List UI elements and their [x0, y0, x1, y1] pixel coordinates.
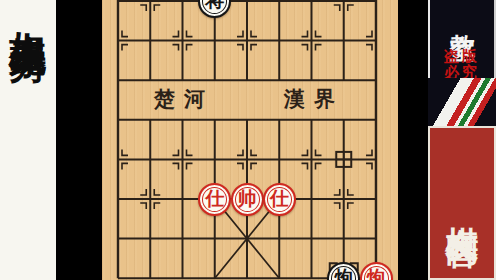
- square-marker: [336, 152, 351, 167]
- left-calligraphy-banner: 如人生棋乐无穷: [0, 0, 56, 280]
- river-label-chu: 楚河: [144, 87, 224, 111]
- calligraphy-text: 如人生棋乐无穷: [0, 2, 56, 280]
- qa-banner-text: 棋友问答: [430, 131, 494, 280]
- right-panel: 教室 盗版 必究 棋友问答: [428, 0, 496, 280]
- piece-red-king[interactable]: 帅: [231, 183, 264, 216]
- piece-red-advisor-right[interactable]: 仕: [263, 183, 296, 216]
- qa-banner: 棋友问答: [428, 126, 496, 280]
- classroom-banner: 教室 盗版 必究: [428, 0, 496, 78]
- xiangqi-board[interactable]: 楚河 漢界 将仕帅仕炮炮: [102, 0, 398, 280]
- board-grid: [102, 0, 398, 280]
- piracy-warning: 盗版 必究: [430, 48, 494, 78]
- video-frame: 如人生棋乐无穷 楚河 漢界 将仕帅仕炮炮 教室 盗版 必究 棋友问答: [0, 0, 496, 280]
- diagonal-stripes-decoration: [428, 78, 496, 126]
- classroom-title: 教室: [430, 0, 494, 45]
- river-label-han: 漢界: [274, 87, 354, 111]
- piece-red-advisor-left[interactable]: 仕: [198, 183, 231, 216]
